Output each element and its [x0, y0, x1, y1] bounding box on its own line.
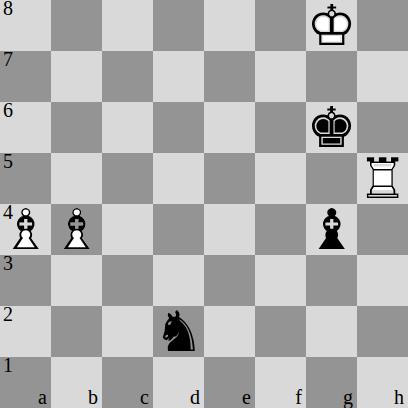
square-f4[interactable]	[255, 204, 306, 255]
square-g8[interactable]: ♚♔	[306, 0, 357, 51]
square-g4[interactable]: ♝	[306, 204, 357, 255]
square-c7[interactable]	[102, 51, 153, 102]
white-bishop-piece[interactable]: ♝♗	[51, 204, 102, 255]
white-bishop-outline-glyph: ♗	[51, 204, 102, 255]
file-label-d: d	[153, 387, 204, 408]
file-label-b: b	[51, 387, 102, 408]
rank-label-3: 3	[3, 253, 13, 274]
square-d5[interactable]	[153, 153, 204, 204]
rank-label-2: 2	[3, 304, 13, 325]
square-f8[interactable]	[255, 0, 306, 51]
square-h5[interactable]: ♜♖	[357, 153, 408, 204]
rank-label-4: 4	[3, 202, 13, 223]
square-g2[interactable]	[306, 306, 357, 357]
rank-label-1: 1	[3, 355, 13, 376]
square-f6[interactable]	[255, 102, 306, 153]
square-d7[interactable]	[153, 51, 204, 102]
square-e2[interactable]	[204, 306, 255, 357]
black-king-glyph: ♚	[306, 102, 357, 153]
square-h8[interactable]	[357, 0, 408, 51]
square-h3[interactable]	[357, 255, 408, 306]
rank-label-8: 8	[3, 0, 13, 19]
square-b6[interactable]	[51, 102, 102, 153]
square-b4[interactable]: ♝♗	[51, 204, 102, 255]
chess-board: ♚♔♚♜♖♝♗♝♗♝♞	[0, 0, 408, 408]
rank-label-6: 6	[3, 100, 13, 121]
square-e3[interactable]	[204, 255, 255, 306]
black-bishop-piece[interactable]: ♝	[306, 204, 357, 255]
square-c5[interactable]	[102, 153, 153, 204]
square-g3[interactable]	[306, 255, 357, 306]
square-b3[interactable]	[51, 255, 102, 306]
square-f2[interactable]	[255, 306, 306, 357]
white-rook-outline-glyph: ♖	[357, 153, 408, 204]
file-label-e: e	[204, 387, 255, 408]
square-h2[interactable]	[357, 306, 408, 357]
square-c8[interactable]	[102, 0, 153, 51]
square-d8[interactable]	[153, 0, 204, 51]
square-c3[interactable]	[102, 255, 153, 306]
rank-label-7: 7	[3, 49, 13, 70]
square-d2[interactable]: ♞	[153, 306, 204, 357]
black-bishop-glyph: ♝	[306, 204, 357, 255]
square-e6[interactable]	[204, 102, 255, 153]
square-e5[interactable]	[204, 153, 255, 204]
black-knight-glyph: ♞	[153, 306, 204, 357]
square-b7[interactable]	[51, 51, 102, 102]
file-label-f: f	[255, 387, 306, 408]
square-f7[interactable]	[255, 51, 306, 102]
square-d6[interactable]	[153, 102, 204, 153]
square-f5[interactable]	[255, 153, 306, 204]
square-b2[interactable]	[51, 306, 102, 357]
white-rook-piece[interactable]: ♜♖	[357, 153, 408, 204]
square-g6[interactable]: ♚	[306, 102, 357, 153]
board-wrap: ♚♔♚♜♖♝♗♝♗♝♞ 87654321abcdefgh	[0, 0, 408, 408]
square-e8[interactable]	[204, 0, 255, 51]
file-label-g: g	[306, 387, 357, 408]
square-c2[interactable]	[102, 306, 153, 357]
square-h7[interactable]	[357, 51, 408, 102]
file-label-h: h	[357, 387, 408, 408]
black-king-piece[interactable]: ♚	[306, 102, 357, 153]
file-label-a: a	[0, 387, 51, 408]
white-king-piece[interactable]: ♚♔	[306, 0, 357, 51]
square-c4[interactable]	[102, 204, 153, 255]
square-h4[interactable]	[357, 204, 408, 255]
square-c6[interactable]	[102, 102, 153, 153]
file-label-c: c	[102, 387, 153, 408]
square-b8[interactable]	[51, 0, 102, 51]
rank-label-5: 5	[3, 151, 13, 172]
square-e7[interactable]	[204, 51, 255, 102]
white-king-outline-glyph: ♔	[306, 0, 357, 51]
square-e4[interactable]	[204, 204, 255, 255]
black-knight-piece[interactable]: ♞	[153, 306, 204, 357]
square-f3[interactable]	[255, 255, 306, 306]
square-d4[interactable]	[153, 204, 204, 255]
